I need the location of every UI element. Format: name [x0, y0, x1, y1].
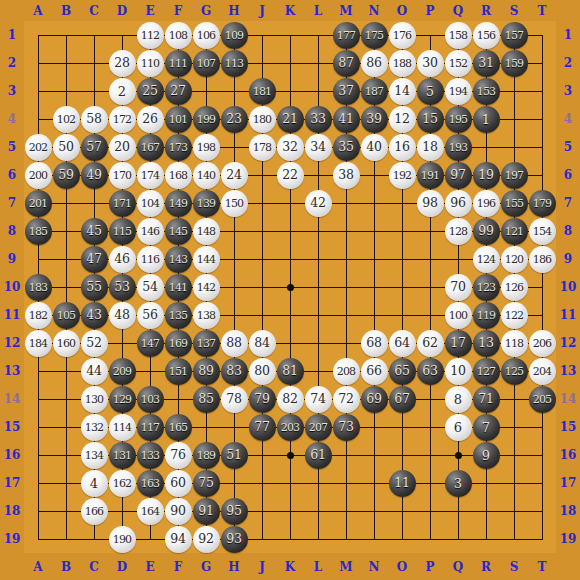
intersection-N14[interactable]: 69	[360, 385, 388, 413]
intersection-C14[interactable]: 130	[80, 385, 108, 413]
intersection-L4[interactable]: 33	[304, 105, 332, 133]
intersection-E19[interactable]	[136, 525, 164, 553]
intersection-L7[interactable]: 42	[304, 189, 332, 217]
intersection-Q17[interactable]: 3	[444, 469, 472, 497]
intersection-O16[interactable]	[388, 441, 416, 469]
intersection-C8[interactable]: 45	[80, 217, 108, 245]
intersection-K11[interactable]	[276, 301, 304, 329]
intersection-B9[interactable]	[52, 245, 80, 273]
intersection-J9[interactable]	[248, 245, 276, 273]
intersection-A6[interactable]: 200	[24, 161, 52, 189]
intersection-H4[interactable]: 23	[220, 105, 248, 133]
intersection-F1[interactable]: 108	[164, 21, 192, 49]
intersection-D10[interactable]: 53	[108, 273, 136, 301]
intersection-P18[interactable]	[416, 497, 444, 525]
intersection-M3[interactable]: 37	[332, 77, 360, 105]
intersection-K2[interactable]	[276, 49, 304, 77]
intersection-M6[interactable]: 38	[332, 161, 360, 189]
intersection-M18[interactable]	[332, 497, 360, 525]
intersection-O10[interactable]	[388, 273, 416, 301]
intersection-C13[interactable]: 44	[80, 357, 108, 385]
intersection-D14[interactable]: 129	[108, 385, 136, 413]
intersection-C5[interactable]: 57	[80, 133, 108, 161]
intersection-B11[interactable]: 105	[52, 301, 80, 329]
intersection-E3[interactable]: 25	[136, 77, 164, 105]
intersection-L1[interactable]	[304, 21, 332, 49]
intersection-M12[interactable]	[332, 329, 360, 357]
intersection-N13[interactable]: 66	[360, 357, 388, 385]
intersection-T19[interactable]	[528, 525, 556, 553]
intersection-A11[interactable]: 182	[24, 301, 52, 329]
intersection-C15[interactable]: 132	[80, 413, 108, 441]
intersection-A3[interactable]	[24, 77, 52, 105]
intersection-K1[interactable]	[276, 21, 304, 49]
intersection-C12[interactable]: 52	[80, 329, 108, 357]
intersection-B3[interactable]	[52, 77, 80, 105]
intersection-J5[interactable]: 178	[248, 133, 276, 161]
intersection-J13[interactable]: 80	[248, 357, 276, 385]
intersection-E9[interactable]: 116	[136, 245, 164, 273]
intersection-N19[interactable]	[360, 525, 388, 553]
intersection-G9[interactable]: 144	[192, 245, 220, 273]
intersection-P16[interactable]	[416, 441, 444, 469]
intersection-E6[interactable]: 174	[136, 161, 164, 189]
intersection-P12[interactable]: 62	[416, 329, 444, 357]
intersection-R18[interactable]	[472, 497, 500, 525]
intersection-R19[interactable]	[472, 525, 500, 553]
intersection-G1[interactable]: 106	[192, 21, 220, 49]
intersection-B14[interactable]	[52, 385, 80, 413]
intersection-T4[interactable]	[528, 105, 556, 133]
intersection-O8[interactable]	[388, 217, 416, 245]
intersection-B6[interactable]: 59	[52, 161, 80, 189]
intersection-Q6[interactable]: 97	[444, 161, 472, 189]
intersection-M10[interactable]	[332, 273, 360, 301]
intersection-B4[interactable]: 102	[52, 105, 80, 133]
intersection-L3[interactable]	[304, 77, 332, 105]
intersection-H7[interactable]: 150	[220, 189, 248, 217]
intersection-H14[interactable]: 78	[220, 385, 248, 413]
intersection-R17[interactable]	[472, 469, 500, 497]
intersection-J3[interactable]: 181	[248, 77, 276, 105]
intersection-Q16[interactable]	[444, 441, 472, 469]
intersection-D8[interactable]: 115	[108, 217, 136, 245]
intersection-N12[interactable]: 68	[360, 329, 388, 357]
intersection-J2[interactable]	[248, 49, 276, 77]
intersection-F12[interactable]: 169	[164, 329, 192, 357]
intersection-C11[interactable]: 43	[80, 301, 108, 329]
intersection-R5[interactable]	[472, 133, 500, 161]
intersection-M11[interactable]	[332, 301, 360, 329]
intersection-K7[interactable]	[276, 189, 304, 217]
intersection-N15[interactable]	[360, 413, 388, 441]
intersection-O7[interactable]	[388, 189, 416, 217]
intersection-L17[interactable]	[304, 469, 332, 497]
intersection-G5[interactable]: 198	[192, 133, 220, 161]
intersection-B2[interactable]	[52, 49, 80, 77]
intersection-T13[interactable]: 204	[528, 357, 556, 385]
intersection-J15[interactable]: 77	[248, 413, 276, 441]
intersection-G13[interactable]: 89	[192, 357, 220, 385]
intersection-S13[interactable]: 125	[500, 357, 528, 385]
intersection-P10[interactable]	[416, 273, 444, 301]
intersection-K4[interactable]: 21	[276, 105, 304, 133]
intersection-T15[interactable]	[528, 413, 556, 441]
intersection-K10[interactable]	[276, 273, 304, 301]
intersection-K15[interactable]: 203	[276, 413, 304, 441]
intersection-J17[interactable]	[248, 469, 276, 497]
intersection-N5[interactable]: 40	[360, 133, 388, 161]
intersection-K3[interactable]	[276, 77, 304, 105]
intersection-O17[interactable]: 11	[388, 469, 416, 497]
intersection-J8[interactable]	[248, 217, 276, 245]
intersection-T17[interactable]	[528, 469, 556, 497]
intersection-R6[interactable]: 19	[472, 161, 500, 189]
intersection-G18[interactable]: 91	[192, 497, 220, 525]
intersection-E2[interactable]: 110	[136, 49, 164, 77]
intersection-P15[interactable]	[416, 413, 444, 441]
intersection-D7[interactable]: 171	[108, 189, 136, 217]
intersection-D18[interactable]	[108, 497, 136, 525]
intersection-F10[interactable]: 141	[164, 273, 192, 301]
intersection-R10[interactable]: 123	[472, 273, 500, 301]
intersection-F11[interactable]: 135	[164, 301, 192, 329]
intersection-G15[interactable]	[192, 413, 220, 441]
intersection-A18[interactable]	[24, 497, 52, 525]
intersection-M4[interactable]: 41	[332, 105, 360, 133]
intersection-D13[interactable]: 209	[108, 357, 136, 385]
intersection-O9[interactable]	[388, 245, 416, 273]
intersection-L18[interactable]	[304, 497, 332, 525]
intersection-D3[interactable]: 2	[108, 77, 136, 105]
intersection-K8[interactable]	[276, 217, 304, 245]
intersection-H6[interactable]: 24	[220, 161, 248, 189]
intersection-G10[interactable]: 142	[192, 273, 220, 301]
intersection-L13[interactable]	[304, 357, 332, 385]
intersection-K19[interactable]	[276, 525, 304, 553]
intersection-J1[interactable]	[248, 21, 276, 49]
intersection-G2[interactable]: 107	[192, 49, 220, 77]
intersection-G7[interactable]: 139	[192, 189, 220, 217]
intersection-N10[interactable]	[360, 273, 388, 301]
intersection-R16[interactable]: 9	[472, 441, 500, 469]
intersection-L15[interactable]: 207	[304, 413, 332, 441]
intersection-C4[interactable]: 58	[80, 105, 108, 133]
intersection-D6[interactable]: 170	[108, 161, 136, 189]
intersection-E8[interactable]: 146	[136, 217, 164, 245]
intersection-A7[interactable]: 201	[24, 189, 52, 217]
intersection-G6[interactable]: 140	[192, 161, 220, 189]
intersection-T14[interactable]: 205	[528, 385, 556, 413]
intersection-S4[interactable]	[500, 105, 528, 133]
intersection-F6[interactable]: 168	[164, 161, 192, 189]
intersection-S3[interactable]	[500, 77, 528, 105]
intersection-A5[interactable]: 202	[24, 133, 52, 161]
intersection-P6[interactable]: 191	[416, 161, 444, 189]
intersection-M5[interactable]: 35	[332, 133, 360, 161]
intersection-C3[interactable]	[80, 77, 108, 105]
intersection-D15[interactable]: 114	[108, 413, 136, 441]
intersection-B19[interactable]	[52, 525, 80, 553]
intersection-R7[interactable]: 196	[472, 189, 500, 217]
intersection-M15[interactable]: 73	[332, 413, 360, 441]
intersection-R8[interactable]: 99	[472, 217, 500, 245]
intersection-J11[interactable]	[248, 301, 276, 329]
intersection-A15[interactable]	[24, 413, 52, 441]
intersection-Q11[interactable]: 100	[444, 301, 472, 329]
intersection-H13[interactable]: 83	[220, 357, 248, 385]
intersection-R13[interactable]: 127	[472, 357, 500, 385]
intersection-P1[interactable]	[416, 21, 444, 49]
intersection-G11[interactable]: 138	[192, 301, 220, 329]
intersection-T7[interactable]: 179	[528, 189, 556, 217]
intersection-P11[interactable]	[416, 301, 444, 329]
intersection-A14[interactable]	[24, 385, 52, 413]
intersection-G16[interactable]: 189	[192, 441, 220, 469]
intersection-M17[interactable]	[332, 469, 360, 497]
intersection-Q9[interactable]	[444, 245, 472, 273]
intersection-H16[interactable]: 51	[220, 441, 248, 469]
intersection-S2[interactable]: 159	[500, 49, 528, 77]
intersection-N8[interactable]	[360, 217, 388, 245]
intersection-C1[interactable]	[80, 21, 108, 49]
intersection-S16[interactable]	[500, 441, 528, 469]
intersection-B12[interactable]: 160	[52, 329, 80, 357]
intersection-F3[interactable]: 27	[164, 77, 192, 105]
intersection-R3[interactable]: 153	[472, 77, 500, 105]
intersection-C16[interactable]: 134	[80, 441, 108, 469]
intersection-L14[interactable]: 74	[304, 385, 332, 413]
intersection-P8[interactable]	[416, 217, 444, 245]
intersection-B15[interactable]	[52, 413, 80, 441]
intersection-K18[interactable]	[276, 497, 304, 525]
intersection-Q3[interactable]: 194	[444, 77, 472, 105]
intersection-T1[interactable]	[528, 21, 556, 49]
intersection-M7[interactable]	[332, 189, 360, 217]
intersection-R11[interactable]: 119	[472, 301, 500, 329]
intersection-E4[interactable]: 26	[136, 105, 164, 133]
intersection-L5[interactable]: 34	[304, 133, 332, 161]
intersection-D11[interactable]: 48	[108, 301, 136, 329]
intersection-O12[interactable]: 64	[388, 329, 416, 357]
intersection-A16[interactable]	[24, 441, 52, 469]
intersection-H5[interactable]	[220, 133, 248, 161]
intersection-O6[interactable]: 192	[388, 161, 416, 189]
intersection-S12[interactable]: 118	[500, 329, 528, 357]
intersection-M1[interactable]: 177	[332, 21, 360, 49]
intersection-P2[interactable]: 30	[416, 49, 444, 77]
intersection-H19[interactable]: 93	[220, 525, 248, 553]
intersection-S18[interactable]	[500, 497, 528, 525]
intersection-C2[interactable]	[80, 49, 108, 77]
intersection-G3[interactable]	[192, 77, 220, 105]
intersection-L6[interactable]	[304, 161, 332, 189]
intersection-T11[interactable]	[528, 301, 556, 329]
intersection-E11[interactable]: 56	[136, 301, 164, 329]
intersection-D16[interactable]: 131	[108, 441, 136, 469]
intersection-R9[interactable]: 124	[472, 245, 500, 273]
intersection-Q14[interactable]: 8	[444, 385, 472, 413]
intersection-F18[interactable]: 90	[164, 497, 192, 525]
intersection-J18[interactable]	[248, 497, 276, 525]
intersection-Q1[interactable]: 158	[444, 21, 472, 49]
intersection-F4[interactable]: 101	[164, 105, 192, 133]
intersection-K5[interactable]: 32	[276, 133, 304, 161]
intersection-N16[interactable]	[360, 441, 388, 469]
intersection-P7[interactable]: 98	[416, 189, 444, 217]
intersection-O3[interactable]: 14	[388, 77, 416, 105]
intersection-L19[interactable]	[304, 525, 332, 553]
intersection-T9[interactable]: 186	[528, 245, 556, 273]
intersection-C18[interactable]: 166	[80, 497, 108, 525]
intersection-B5[interactable]: 50	[52, 133, 80, 161]
intersection-H18[interactable]: 95	[220, 497, 248, 525]
intersection-S14[interactable]	[500, 385, 528, 413]
intersection-O1[interactable]: 176	[388, 21, 416, 49]
intersection-B18[interactable]	[52, 497, 80, 525]
intersection-L11[interactable]	[304, 301, 332, 329]
intersection-K12[interactable]	[276, 329, 304, 357]
intersection-H12[interactable]: 88	[220, 329, 248, 357]
intersection-H11[interactable]	[220, 301, 248, 329]
intersection-O19[interactable]	[388, 525, 416, 553]
intersection-Q5[interactable]: 193	[444, 133, 472, 161]
intersection-S7[interactable]: 155	[500, 189, 528, 217]
intersection-M8[interactable]	[332, 217, 360, 245]
intersection-C19[interactable]	[80, 525, 108, 553]
intersection-T2[interactable]	[528, 49, 556, 77]
intersection-A4[interactable]	[24, 105, 52, 133]
intersection-C9[interactable]: 47	[80, 245, 108, 273]
intersection-J4[interactable]: 180	[248, 105, 276, 133]
intersection-K9[interactable]	[276, 245, 304, 273]
intersection-J19[interactable]	[248, 525, 276, 553]
intersection-H15[interactable]	[220, 413, 248, 441]
intersection-P13[interactable]: 63	[416, 357, 444, 385]
intersection-T18[interactable]	[528, 497, 556, 525]
intersection-L16[interactable]: 61	[304, 441, 332, 469]
intersection-E5[interactable]: 167	[136, 133, 164, 161]
intersection-H9[interactable]	[220, 245, 248, 273]
intersection-L2[interactable]	[304, 49, 332, 77]
intersection-M16[interactable]	[332, 441, 360, 469]
intersection-L10[interactable]	[304, 273, 332, 301]
intersection-D2[interactable]: 28	[108, 49, 136, 77]
intersection-O18[interactable]	[388, 497, 416, 525]
intersection-K16[interactable]	[276, 441, 304, 469]
intersection-P19[interactable]	[416, 525, 444, 553]
intersection-F16[interactable]: 76	[164, 441, 192, 469]
intersection-N11[interactable]	[360, 301, 388, 329]
intersection-E1[interactable]: 112	[136, 21, 164, 49]
intersection-G19[interactable]: 92	[192, 525, 220, 553]
intersection-J6[interactable]	[248, 161, 276, 189]
intersection-T8[interactable]: 154	[528, 217, 556, 245]
intersection-E14[interactable]: 103	[136, 385, 164, 413]
intersection-O2[interactable]: 188	[388, 49, 416, 77]
intersection-O13[interactable]: 65	[388, 357, 416, 385]
intersection-N4[interactable]: 39	[360, 105, 388, 133]
intersection-K14[interactable]: 82	[276, 385, 304, 413]
intersection-A9[interactable]	[24, 245, 52, 273]
intersection-E12[interactable]: 147	[136, 329, 164, 357]
intersection-B16[interactable]	[52, 441, 80, 469]
intersection-T5[interactable]	[528, 133, 556, 161]
intersection-G8[interactable]: 148	[192, 217, 220, 245]
intersection-S17[interactable]	[500, 469, 528, 497]
intersection-C17[interactable]: 4	[80, 469, 108, 497]
intersection-M2[interactable]: 87	[332, 49, 360, 77]
intersection-Q10[interactable]: 70	[444, 273, 472, 301]
intersection-Q8[interactable]: 128	[444, 217, 472, 245]
intersection-P17[interactable]	[416, 469, 444, 497]
intersection-F5[interactable]: 173	[164, 133, 192, 161]
intersection-P4[interactable]: 15	[416, 105, 444, 133]
intersection-H17[interactable]	[220, 469, 248, 497]
intersection-R15[interactable]: 7	[472, 413, 500, 441]
intersection-B13[interactable]	[52, 357, 80, 385]
intersection-E13[interactable]	[136, 357, 164, 385]
intersection-A2[interactable]	[24, 49, 52, 77]
intersection-N6[interactable]	[360, 161, 388, 189]
intersection-D4[interactable]: 172	[108, 105, 136, 133]
intersection-F9[interactable]: 143	[164, 245, 192, 273]
intersection-K17[interactable]	[276, 469, 304, 497]
intersection-K6[interactable]: 22	[276, 161, 304, 189]
intersection-G12[interactable]: 137	[192, 329, 220, 357]
intersection-E18[interactable]: 164	[136, 497, 164, 525]
intersection-M19[interactable]	[332, 525, 360, 553]
intersection-Q13[interactable]: 10	[444, 357, 472, 385]
intersection-S10[interactable]: 126	[500, 273, 528, 301]
intersection-B7[interactable]	[52, 189, 80, 217]
intersection-Q7[interactable]: 96	[444, 189, 472, 217]
intersection-O5[interactable]: 16	[388, 133, 416, 161]
intersection-H3[interactable]	[220, 77, 248, 105]
intersection-S11[interactable]: 122	[500, 301, 528, 329]
intersection-M13[interactable]: 208	[332, 357, 360, 385]
intersection-B10[interactable]	[52, 273, 80, 301]
intersection-Q2[interactable]: 152	[444, 49, 472, 77]
intersection-P14[interactable]	[416, 385, 444, 413]
intersection-Q4[interactable]: 195	[444, 105, 472, 133]
intersection-E10[interactable]: 54	[136, 273, 164, 301]
intersection-E15[interactable]: 117	[136, 413, 164, 441]
intersection-E17[interactable]: 163	[136, 469, 164, 497]
intersection-A12[interactable]: 184	[24, 329, 52, 357]
intersection-E16[interactable]: 133	[136, 441, 164, 469]
intersection-F15[interactable]: 165	[164, 413, 192, 441]
intersection-S5[interactable]	[500, 133, 528, 161]
intersection-D19[interactable]: 190	[108, 525, 136, 553]
intersection-S15[interactable]	[500, 413, 528, 441]
intersection-E7[interactable]: 104	[136, 189, 164, 217]
intersection-T16[interactable]	[528, 441, 556, 469]
intersection-J16[interactable]	[248, 441, 276, 469]
intersection-G17[interactable]: 75	[192, 469, 220, 497]
intersection-B8[interactable]	[52, 217, 80, 245]
intersection-R14[interactable]: 71	[472, 385, 500, 413]
intersection-P3[interactable]: 5	[416, 77, 444, 105]
intersection-N1[interactable]: 175	[360, 21, 388, 49]
intersection-H2[interactable]: 113	[220, 49, 248, 77]
intersection-A19[interactable]	[24, 525, 52, 553]
intersection-F17[interactable]: 60	[164, 469, 192, 497]
intersection-A1[interactable]	[24, 21, 52, 49]
intersection-G14[interactable]: 85	[192, 385, 220, 413]
intersection-A13[interactable]	[24, 357, 52, 385]
intersection-L8[interactable]	[304, 217, 332, 245]
